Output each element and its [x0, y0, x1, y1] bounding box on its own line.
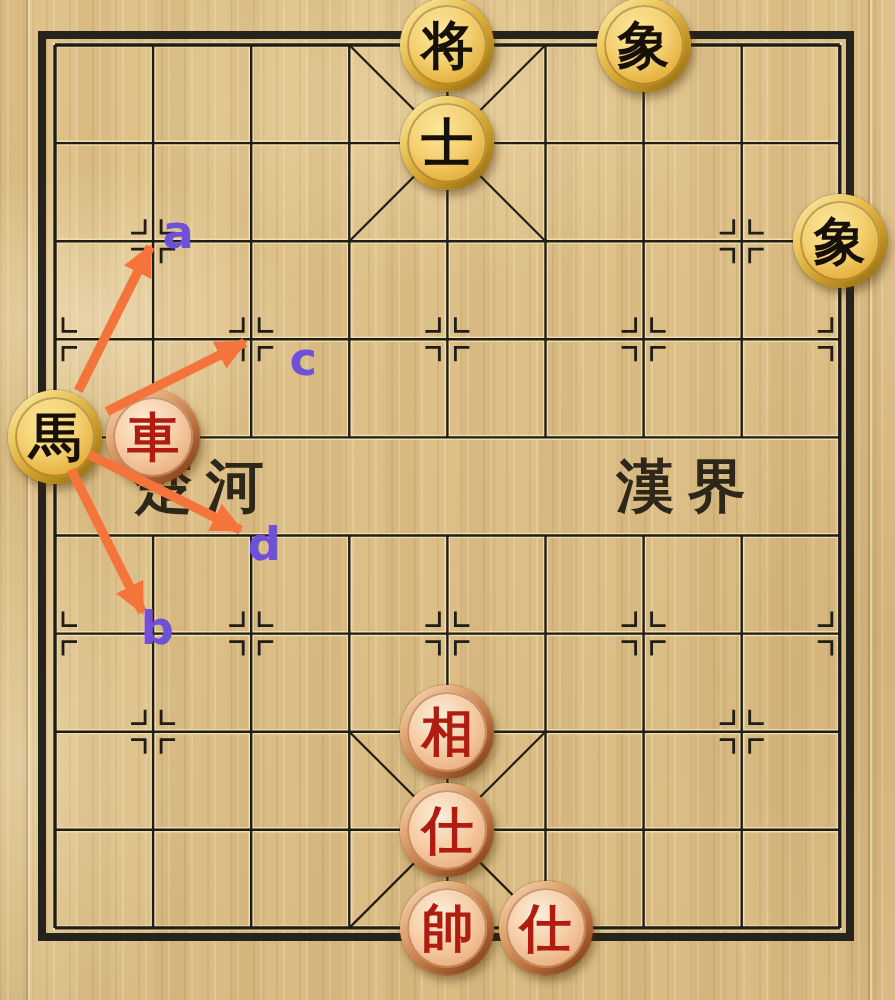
- move-label-c[interactable]: c: [290, 336, 317, 382]
- move-arrows: [0, 0, 895, 1000]
- move-label-d[interactable]: d: [248, 521, 281, 567]
- move-arrow-d: [89, 454, 241, 530]
- move-label-b[interactable]: b: [141, 605, 174, 651]
- move-arrow-c: [107, 342, 245, 411]
- move-arrow-a: [78, 247, 150, 391]
- xiangqi-board: 楚河 漢界 将象士象馬車相仕帥仕 abcd: [0, 0, 895, 1000]
- move-label-a[interactable]: a: [163, 209, 194, 255]
- move-arrow-b: [71, 470, 142, 612]
